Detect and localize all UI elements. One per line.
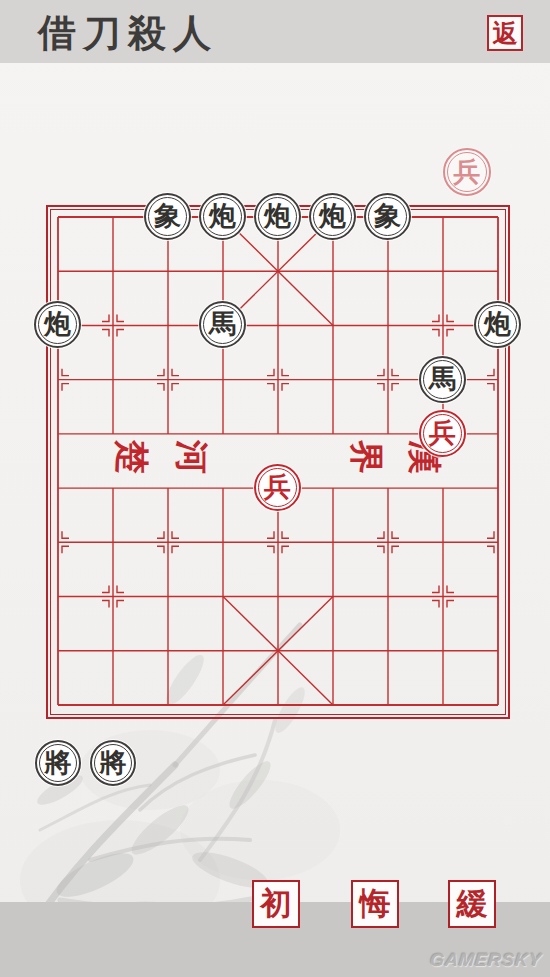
piece-glyph: 將 (100, 750, 127, 777)
piece-glyph: 象 (374, 203, 401, 230)
slow-button-label: 緩 (457, 883, 488, 925)
piece-glyph: 象 (154, 203, 181, 230)
red-piece-兵[interactable]: 兵 (254, 464, 301, 511)
tray-piece-將: 將 (35, 740, 81, 786)
piece-glyph: 炮 (209, 203, 236, 230)
board-intersection: 馬 (195, 298, 250, 352)
black-piece-象[interactable]: 象 (144, 193, 191, 240)
black-piece-馬[interactable]: 馬 (419, 356, 466, 403)
undo-button-label: 悔 (360, 883, 391, 925)
red-piece-兵[interactable]: 兵 (419, 410, 466, 457)
piece-glyph: 馬 (429, 366, 456, 393)
restart-button-label: 初 (261, 883, 292, 925)
piece-glyph: 兵 (454, 159, 481, 186)
board-intersection: 馬 (415, 352, 470, 406)
piece-glyph: 炮 (319, 203, 346, 230)
board-intersection: 炮 (195, 189, 250, 243)
board-intersection: 象 (360, 189, 415, 243)
xiangqi-app: 借刀殺人 返 (0, 0, 550, 977)
board-intersection: 炮 (30, 298, 85, 352)
board-intersection: 象 (140, 189, 195, 243)
header: 借刀殺人 返 (0, 0, 550, 63)
undo-button[interactable]: 悔 (351, 880, 399, 928)
piece-glyph: 兵 (429, 420, 456, 447)
tray-piece-兵: 兵 (443, 148, 491, 196)
piece-glyph: 將 (45, 750, 72, 777)
back-button[interactable]: 返 (487, 15, 523, 51)
page-title: 借刀殺人 (38, 8, 218, 59)
piece-glyph: 炮 (44, 311, 71, 338)
board-intersection: 兵 (415, 406, 470, 460)
black-piece-馬[interactable]: 馬 (199, 301, 246, 348)
black-piece-象[interactable]: 象 (364, 193, 411, 240)
piece-glyph: 馬 (209, 311, 236, 338)
restart-button[interactable]: 初 (252, 880, 300, 928)
piece-glyph: 炮 (264, 203, 291, 230)
black-piece-炮[interactable]: 炮 (199, 193, 246, 240)
piece-glyph: 兵 (264, 474, 291, 501)
board-intersection: 炮 (470, 298, 525, 352)
board-intersection: 兵 (250, 460, 305, 514)
black-piece-炮[interactable]: 炮 (254, 193, 301, 240)
black-piece-炮[interactable]: 炮 (34, 301, 81, 348)
board-intersection: 炮 (250, 189, 305, 243)
piece-grid: 象炮炮炮象炮馬炮馬兵兵 (30, 189, 525, 732)
slow-button[interactable]: 緩 (448, 880, 496, 928)
black-piece-炮[interactable]: 炮 (309, 193, 356, 240)
gamersky-watermark: GAMERSKY (429, 950, 543, 971)
back-button-label: 返 (493, 17, 518, 50)
board-intersection: 炮 (305, 189, 360, 243)
controls-bar: 初悔緩 (0, 880, 550, 928)
piece-glyph: 炮 (484, 311, 511, 338)
black-piece-炮[interactable]: 炮 (474, 301, 521, 348)
tray-piece-將: 將 (90, 740, 136, 786)
